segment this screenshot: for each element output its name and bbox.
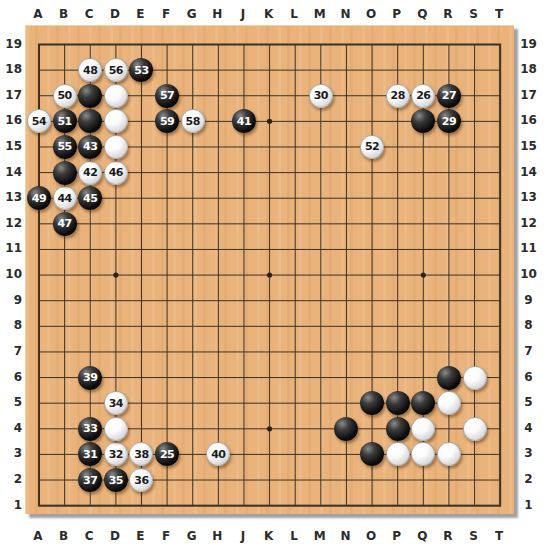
move-number: 25 — [160, 448, 174, 461]
coordinate-label: R — [438, 529, 458, 543]
stone-P4[interactable] — [386, 417, 410, 441]
stone-C17[interactable] — [78, 84, 102, 108]
coordinate-label: J — [233, 7, 253, 21]
stone-R17[interactable]: 27 — [437, 84, 461, 108]
stone-R5[interactable] — [437, 391, 461, 415]
coordinate-label: 19 — [517, 37, 540, 51]
coordinate-label: Q — [412, 529, 432, 543]
star-point — [267, 426, 272, 431]
stone-G16[interactable]: 58 — [181, 109, 205, 133]
move-number: 45 — [83, 192, 97, 205]
coordinate-label: B — [54, 529, 74, 543]
coordinate-label: E — [130, 529, 150, 543]
coordinate-label: 10 — [517, 267, 540, 281]
stone-Q4[interactable] — [411, 417, 435, 441]
coordinate-label: G — [182, 7, 202, 21]
coordinate-label: N — [335, 7, 355, 21]
coordinate-label: 15 — [517, 139, 540, 153]
move-number: 47 — [57, 217, 71, 230]
coordinate-label: 14 — [1, 165, 22, 179]
coordinate-label: 13 — [517, 190, 540, 204]
move-number: 55 — [57, 140, 71, 153]
coordinate-label: 9 — [1, 293, 22, 307]
coordinate-label: 18 — [517, 62, 540, 76]
coordinate-label: D — [105, 529, 125, 543]
coordinate-label: F — [156, 7, 176, 21]
coordinate-label: E — [130, 7, 150, 21]
coordinate-label: O — [361, 7, 381, 21]
stone-D15[interactable] — [104, 135, 128, 159]
coordinate-label: 8 — [517, 318, 540, 332]
move-number: 37 — [83, 474, 97, 487]
move-number: 52 — [365, 140, 379, 153]
move-number: 34 — [109, 397, 123, 410]
move-number: 53 — [134, 64, 148, 77]
coordinate-label: A — [28, 7, 48, 21]
stone-P5[interactable] — [386, 391, 410, 415]
stone-C14[interactable]: 42 — [78, 161, 102, 185]
coordinate-label: F — [156, 529, 176, 543]
coordinate-label: N — [335, 529, 355, 543]
star-point — [267, 119, 272, 124]
coordinate-label: A — [28, 529, 48, 543]
star-point — [113, 272, 118, 277]
coordinate-label: 2 — [1, 472, 22, 486]
stone-Q17[interactable]: 26 — [411, 84, 435, 108]
coordinate-label: 17 — [1, 88, 22, 102]
coordinate-label: 6 — [1, 370, 22, 384]
stone-B16[interactable]: 51 — [53, 109, 77, 133]
coordinate-label: 17 — [517, 88, 540, 102]
stone-B17[interactable]: 50 — [53, 84, 77, 108]
move-number: 38 — [134, 448, 148, 461]
coordinate-label: 12 — [517, 216, 540, 230]
coordinate-label: L — [284, 529, 304, 543]
coordinate-label: L — [284, 7, 304, 21]
stone-D18[interactable]: 56 — [104, 58, 128, 82]
move-number: 28 — [391, 89, 405, 102]
coordinate-label: M — [310, 529, 330, 543]
coordinate-label: 3 — [517, 446, 540, 460]
stone-B12[interactable]: 47 — [53, 212, 77, 236]
coordinate-label: 6 — [517, 370, 540, 384]
coordinate-label: 2 — [517, 472, 540, 486]
coordinate-label: M — [310, 7, 330, 21]
move-number: 41 — [237, 115, 251, 128]
coordinate-label: 5 — [517, 395, 540, 409]
stone-F17[interactable]: 57 — [155, 84, 179, 108]
coordinate-label: B — [54, 7, 74, 21]
coordinate-label: 7 — [517, 344, 540, 358]
move-number: 32 — [109, 448, 123, 461]
coordinate-label: 5 — [1, 395, 22, 409]
coordinate-label: 7 — [1, 344, 22, 358]
coordinate-label: 18 — [1, 62, 22, 76]
move-number: 54 — [32, 115, 46, 128]
move-number: 31 — [83, 448, 97, 461]
coordinate-label: 19 — [1, 37, 22, 51]
coordinate-label: 1 — [517, 498, 540, 512]
move-number: 30 — [314, 89, 328, 102]
stone-D14[interactable]: 46 — [104, 161, 128, 185]
coordinate-label: P — [387, 529, 407, 543]
coordinate-label: 11 — [517, 241, 540, 255]
go-board[interactable]: 2526272829303132333435363738394041424344… — [25, 25, 514, 514]
move-number: 43 — [83, 140, 97, 153]
move-number: 57 — [160, 89, 174, 102]
move-number: 35 — [109, 474, 123, 487]
coordinate-label: H — [207, 7, 227, 21]
coordinate-label: 4 — [1, 421, 22, 435]
move-number: 49 — [32, 192, 46, 205]
move-number: 42 — [83, 166, 97, 179]
coordinate-label: 8 — [1, 318, 22, 332]
stone-B15[interactable]: 55 — [53, 135, 77, 159]
coordinate-label: T — [489, 529, 509, 543]
coordinate-label: D — [105, 7, 125, 21]
move-number: 26 — [416, 89, 430, 102]
stone-M17[interactable]: 30 — [309, 84, 333, 108]
move-number: 59 — [160, 115, 174, 128]
stone-P17[interactable]: 28 — [386, 84, 410, 108]
star-point — [267, 272, 272, 277]
coordinate-label: 1 — [1, 498, 22, 512]
coordinate-label: K — [259, 7, 279, 21]
move-number: 50 — [57, 89, 71, 102]
stone-C6[interactable]: 39 — [78, 366, 102, 390]
coordinate-label: G — [182, 529, 202, 543]
move-number: 33 — [83, 422, 97, 435]
move-number: 48 — [83, 64, 97, 77]
move-number: 56 — [109, 64, 123, 77]
coordinate-label: C — [79, 7, 99, 21]
coordinate-label: S — [464, 529, 484, 543]
move-number: 46 — [109, 166, 123, 179]
coordinate-label: 12 — [1, 216, 22, 230]
stone-O15[interactable]: 52 — [360, 135, 384, 159]
stone-D2[interactable]: 35 — [104, 468, 128, 492]
move-number: 51 — [57, 115, 71, 128]
stone-D5[interactable]: 34 — [104, 391, 128, 415]
coordinate-label: C — [79, 529, 99, 543]
coordinate-label: K — [259, 529, 279, 543]
move-number: 40 — [211, 448, 225, 461]
move-number: 44 — [57, 192, 71, 205]
coordinate-label: 11 — [1, 241, 22, 255]
coordinate-label: 16 — [1, 113, 22, 127]
coordinate-label: 9 — [517, 293, 540, 307]
stone-B14[interactable] — [53, 161, 77, 185]
stone-D4[interactable] — [104, 417, 128, 441]
move-number: 36 — [134, 474, 148, 487]
go-diagram: ABCDEFGHJKLMNOPQRST ABCDEFGHJKLMNOPQRST … — [0, 0, 550, 550]
coordinate-label: P — [387, 7, 407, 21]
stone-R6[interactable] — [437, 366, 461, 390]
coordinate-label: O — [361, 529, 381, 543]
coordinate-label: 13 — [1, 190, 22, 204]
move-number: 29 — [442, 115, 456, 128]
stone-B13[interactable]: 44 — [53, 186, 77, 210]
coordinate-label: 3 — [1, 446, 22, 460]
coordinate-label: R — [438, 7, 458, 21]
coordinate-label: T — [489, 7, 509, 21]
coordinate-label: 10 — [1, 267, 22, 281]
stone-S4[interactable] — [463, 417, 487, 441]
coordinate-label: 14 — [517, 165, 540, 179]
star-point — [421, 272, 426, 277]
move-number: 39 — [83, 371, 97, 384]
stone-P3[interactable] — [386, 442, 410, 466]
coordinate-label: Q — [412, 7, 432, 21]
coordinate-label: 4 — [517, 421, 540, 435]
coordinate-label: 16 — [517, 113, 540, 127]
coordinate-label: 15 — [1, 139, 22, 153]
coordinate-label: H — [207, 529, 227, 543]
stone-C4[interactable]: 33 — [78, 417, 102, 441]
coordinate-label: J — [233, 529, 253, 543]
move-number: 58 — [186, 115, 200, 128]
stone-S6[interactable] — [463, 366, 487, 390]
coordinate-label: S — [464, 7, 484, 21]
stone-D17[interactable] — [104, 84, 128, 108]
move-number: 27 — [442, 89, 456, 102]
